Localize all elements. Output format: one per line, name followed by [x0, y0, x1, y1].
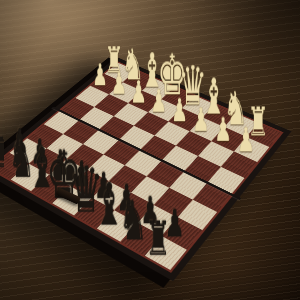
chessboard: ♜♞♝♚♛♝♞♜♟♟♟♟♟♟♟♟♟♟♟♟♟♟♟♟♜♞♝♚♛♝♞♜ [0, 57, 291, 281]
piece-black-knight[interactable]: ♞ [119, 193, 148, 248]
piece-white-pawn[interactable]: ♟ [130, 76, 146, 107]
board-frame: ♜♞♝♚♛♝♞♜♟♟♟♟♟♟♟♟♟♟♟♟♟♟♟♟♜♞♝♚♛♝♞♜ [0, 57, 291, 281]
photo-frame: ♜♞♝♚♛♝♞♜♟♟♟♟♟♟♟♟♟♟♟♟♟♟♟♟♜♞♝♚♛♝♞♜ [0, 0, 300, 300]
piece-white-pawn[interactable]: ♟ [92, 60, 108, 90]
piece-black-rook[interactable]: ♜ [146, 215, 171, 262]
piece-white-pawn[interactable]: ♟ [150, 85, 167, 116]
piece-white-pawn[interactable]: ♟ [214, 113, 231, 146]
piece-white-pawn[interactable]: ♟ [192, 103, 209, 135]
piece-white-pawn[interactable]: ♟ [111, 68, 127, 98]
piece-white-pawn[interactable]: ♟ [237, 123, 255, 156]
piece-white-pawn[interactable]: ♟ [171, 94, 188, 126]
board-grid: ♜♞♝♚♛♝♞♜♟♟♟♟♟♟♟♟♟♟♟♟♟♟♟♟♜♞♝♚♛♝♞♜ [0, 63, 281, 270]
chessboard-scene: ♜♞♝♚♛♝♞♜♟♟♟♟♟♟♟♟♟♟♟♟♟♟♟♟♜♞♝♚♛♝♞♜ [0, 0, 300, 300]
